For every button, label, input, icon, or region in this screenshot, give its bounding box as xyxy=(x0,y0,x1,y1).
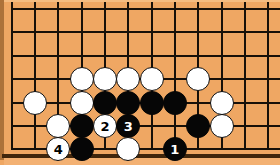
black-stone[interactable] xyxy=(93,91,117,115)
black-stone[interactable] xyxy=(116,91,140,115)
white-stone[interactable] xyxy=(116,67,140,91)
black-stone[interactable] xyxy=(140,91,164,115)
white-stone[interactable] xyxy=(70,91,94,115)
black-stone[interactable]: 3 xyxy=(116,114,140,138)
grid-line-vertical xyxy=(244,2,246,150)
grid-line-horizontal xyxy=(11,55,280,57)
grid-line-vertical xyxy=(267,2,269,150)
grid-line-vertical xyxy=(11,2,13,150)
white-stone[interactable] xyxy=(210,114,234,138)
white-stone[interactable]: 2 xyxy=(93,114,117,138)
white-stone[interactable] xyxy=(23,91,47,115)
black-stone[interactable] xyxy=(186,114,210,138)
white-stone[interactable] xyxy=(70,67,94,91)
grid-line-vertical xyxy=(34,2,36,150)
grid-line-horizontal xyxy=(11,8,280,10)
black-stone[interactable] xyxy=(163,91,187,115)
go-board[interactable]: 2341 xyxy=(0,0,280,165)
white-stone[interactable] xyxy=(140,67,164,91)
move-number: 2 xyxy=(100,119,109,132)
white-stone[interactable] xyxy=(186,67,210,91)
white-stone[interactable] xyxy=(93,67,117,91)
board-below-edge-strip xyxy=(4,158,280,165)
white-stone[interactable] xyxy=(210,91,234,115)
move-number: 3 xyxy=(124,119,133,132)
white-stone[interactable] xyxy=(46,114,70,138)
board-top-highlight xyxy=(0,0,280,2)
board-left-edge-line xyxy=(0,0,4,160)
grid-line-vertical xyxy=(174,2,176,150)
move-number: 1 xyxy=(170,142,179,155)
black-stone[interactable] xyxy=(70,114,94,138)
black-stone[interactable] xyxy=(70,137,94,161)
grid-line-horizontal xyxy=(11,31,280,33)
move-number: 4 xyxy=(54,142,63,155)
